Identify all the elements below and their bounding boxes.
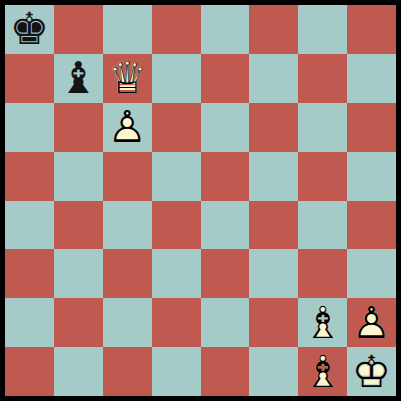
white-bishop-outline-icon: ♗: [303, 350, 342, 394]
square-f4[interactable]: [249, 201, 298, 250]
square-a7[interactable]: [5, 54, 54, 103]
square-c5[interactable]: [103, 152, 152, 201]
square-g8[interactable]: [298, 5, 347, 54]
square-c7[interactable]: ♛♕: [103, 54, 152, 103]
square-d8[interactable]: [152, 5, 201, 54]
square-d2[interactable]: [152, 298, 201, 347]
square-g1[interactable]: ♝♗: [298, 347, 347, 396]
square-b3[interactable]: [54, 249, 103, 298]
square-g5[interactable]: [298, 152, 347, 201]
white-pawn-piece[interactable]: ♟♙: [107, 105, 146, 149]
square-e5[interactable]: [201, 152, 250, 201]
white-pawn-outline-icon: ♙: [352, 301, 391, 345]
square-g3[interactable]: [298, 249, 347, 298]
square-c4[interactable]: [103, 201, 152, 250]
square-e4[interactable]: [201, 201, 250, 250]
square-e7[interactable]: [201, 54, 250, 103]
white-bishop-piece[interactable]: ♝♗: [303, 350, 342, 394]
square-f1[interactable]: [249, 347, 298, 396]
square-a4[interactable]: [5, 201, 54, 250]
chess-board: ♚♝♛♕♟♙♝♗♟♙♝♗♚♔: [5, 5, 396, 396]
square-h4[interactable]: [347, 201, 396, 250]
white-bishop-piece[interactable]: ♝♗: [303, 301, 342, 345]
square-c1[interactable]: [103, 347, 152, 396]
square-a2[interactable]: [5, 298, 54, 347]
square-d1[interactable]: [152, 347, 201, 396]
square-e1[interactable]: [201, 347, 250, 396]
white-pawn-piece[interactable]: ♟♙: [352, 301, 391, 345]
square-b2[interactable]: [54, 298, 103, 347]
square-f2[interactable]: [249, 298, 298, 347]
black-king-piece[interactable]: ♚: [10, 7, 49, 51]
chess-board-frame: ♚♝♛♕♟♙♝♗♟♙♝♗♚♔: [0, 0, 401, 401]
square-d7[interactable]: [152, 54, 201, 103]
square-c6[interactable]: ♟♙: [103, 103, 152, 152]
square-e8[interactable]: [201, 5, 250, 54]
square-d5[interactable]: [152, 152, 201, 201]
square-e3[interactable]: [201, 249, 250, 298]
white-king-outline-icon: ♔: [352, 350, 391, 394]
black-bishop-icon: ♝: [59, 56, 98, 100]
square-b5[interactable]: [54, 152, 103, 201]
square-a5[interactable]: [5, 152, 54, 201]
black-bishop-piece[interactable]: ♝: [59, 56, 98, 100]
square-h5[interactable]: [347, 152, 396, 201]
square-d6[interactable]: [152, 103, 201, 152]
square-f3[interactable]: [249, 249, 298, 298]
square-e2[interactable]: [201, 298, 250, 347]
square-f8[interactable]: [249, 5, 298, 54]
square-c2[interactable]: [103, 298, 152, 347]
square-c3[interactable]: [103, 249, 152, 298]
black-king-icon: ♚: [10, 7, 49, 51]
square-a6[interactable]: [5, 103, 54, 152]
square-g2[interactable]: ♝♗: [298, 298, 347, 347]
square-d3[interactable]: [152, 249, 201, 298]
square-f6[interactable]: [249, 103, 298, 152]
square-b1[interactable]: [54, 347, 103, 396]
square-h1[interactable]: ♚♔: [347, 347, 396, 396]
square-h2[interactable]: ♟♙: [347, 298, 396, 347]
square-h3[interactable]: [347, 249, 396, 298]
white-pawn-outline-icon: ♙: [107, 105, 146, 149]
square-a3[interactable]: [5, 249, 54, 298]
square-b7[interactable]: ♝: [54, 54, 103, 103]
square-h7[interactable]: [347, 54, 396, 103]
square-h6[interactable]: [347, 103, 396, 152]
square-f7[interactable]: [249, 54, 298, 103]
white-queen-piece[interactable]: ♛♕: [107, 56, 146, 100]
square-h8[interactable]: [347, 5, 396, 54]
square-g7[interactable]: [298, 54, 347, 103]
square-a8[interactable]: ♚: [5, 5, 54, 54]
square-c8[interactable]: [103, 5, 152, 54]
square-g6[interactable]: [298, 103, 347, 152]
square-g4[interactable]: [298, 201, 347, 250]
square-a1[interactable]: [5, 347, 54, 396]
square-d4[interactable]: [152, 201, 201, 250]
white-queen-outline-icon: ♕: [107, 56, 146, 100]
square-e6[interactable]: [201, 103, 250, 152]
square-b8[interactable]: [54, 5, 103, 54]
square-b6[interactable]: [54, 103, 103, 152]
white-bishop-outline-icon: ♗: [303, 301, 342, 345]
white-king-piece[interactable]: ♚♔: [352, 350, 391, 394]
square-b4[interactable]: [54, 201, 103, 250]
square-f5[interactable]: [249, 152, 298, 201]
